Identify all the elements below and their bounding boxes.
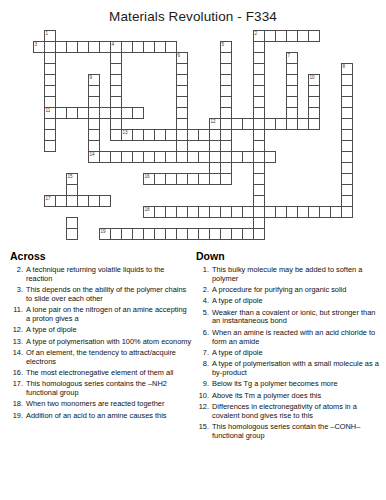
- clue-number: 10.: [196, 392, 209, 401]
- grid-cell[interactable]: [66, 228, 78, 240]
- clue-item: 5.Weaker than a covalent or ionic, but s…: [196, 309, 382, 327]
- clue-number: 16.: [10, 369, 23, 378]
- clue-text: This depends on the ability of the polym…: [26, 286, 192, 304]
- clue-text: A type of dipole: [212, 297, 382, 306]
- grid-cell[interactable]: [341, 206, 353, 218]
- clue-item: 9.Below its Tg a polymer becomes more: [196, 380, 382, 389]
- clue-number: 1.: [196, 266, 209, 284]
- clue-item: 15.This homologous series contain the –C…: [196, 423, 382, 441]
- clue-number: 2.: [196, 286, 209, 295]
- across-clue-list: Across 2.A technique returning volatile …: [10, 250, 192, 423]
- clue-text: Above its Tm a polymer does this: [212, 392, 382, 401]
- clue-text: This bulky molecule may be added to soft…: [212, 266, 382, 284]
- grid-cell[interactable]: [44, 140, 56, 152]
- crossword-grid: 12345678910111213141516171819: [33, 30, 355, 242]
- clue-item: 2.A technique returning volatile liquids…: [10, 266, 192, 284]
- clue-item: 19.Addition of an acid to an amine cause…: [10, 412, 192, 421]
- clue-text: A technique returning volatile liquids t…: [26, 266, 192, 284]
- clue-number: 18.: [10, 400, 23, 409]
- clue-text: When two monomers are reacted together: [26, 400, 192, 409]
- clue-number: 4.: [196, 297, 209, 306]
- down-clue-list: Down 1.This bulky molecule may be added …: [196, 250, 382, 443]
- clue-number: 3.: [10, 286, 23, 304]
- grid-cell[interactable]: [308, 118, 320, 130]
- clue-item: 7.A type of dipole: [196, 349, 382, 358]
- page: { "title": "Materials Revolution - F334"…: [0, 0, 386, 500]
- grid-cell[interactable]: [99, 195, 111, 207]
- clue-number: 11.: [10, 306, 23, 324]
- clue-text: Below its Tg a polymer becomes more: [212, 380, 382, 389]
- clue-item: 12.Differences in electronegativity of a…: [196, 403, 382, 421]
- clue-number: 6.: [196, 329, 209, 347]
- clue-text: A type of dipole: [26, 326, 192, 335]
- clue-item: 12.A type of dipole: [10, 326, 192, 335]
- clue-item: 13.A type of polymerisation with 100% at…: [10, 338, 192, 347]
- clue-text: This homologous series contains the –NH2…: [26, 380, 192, 398]
- clue-number: 12.: [196, 403, 209, 421]
- grid-cell[interactable]: [253, 228, 265, 240]
- clue-text: A type of dipole: [212, 349, 382, 358]
- clue-item: 4.A type of dipole: [196, 297, 382, 306]
- clue-text: When an amine is reacted with an acid ch…: [212, 329, 382, 347]
- clue-number: 2.: [10, 266, 23, 284]
- clue-item: 17.This homologous series contains the –…: [10, 380, 192, 398]
- clue-text: A type of polymerisation with 100% atom …: [26, 338, 192, 347]
- clue-text: The most electronegative element of them…: [26, 369, 192, 378]
- grid-cell[interactable]: [264, 151, 276, 163]
- clue-item: 14.Of an element, the tendency to attrac…: [10, 349, 192, 367]
- clue-text: Of an element, the tendency to attract/a…: [26, 349, 192, 367]
- clue-item: 1.This bulky molecule may be added to so…: [196, 266, 382, 284]
- clue-item: 2.A procedure for purifying an organic s…: [196, 286, 382, 295]
- clue-number: 19.: [10, 412, 23, 421]
- clue-number: 17.: [10, 380, 23, 398]
- clue-text: A type of polymerisation with a small mo…: [212, 360, 382, 378]
- clue-number: 7.: [196, 349, 209, 358]
- clue-item: 3.This depends on the ability of the pol…: [10, 286, 192, 304]
- clue-text: Addition of an acid to an amine causes t…: [26, 412, 192, 421]
- grid-cell[interactable]: [132, 107, 144, 119]
- clue-number: 9.: [196, 380, 209, 389]
- clue-number: 13.: [10, 338, 23, 347]
- clue-number: 5.: [196, 309, 209, 327]
- clue-number: 15.: [196, 423, 209, 441]
- page-title: Materials Revolution - F334: [0, 9, 386, 24]
- clue-item: 11.A lone pair on the nitrogen of an ami…: [10, 306, 192, 324]
- grid-cell[interactable]: [308, 30, 320, 42]
- clue-item: 18.When two monomers are reacted togethe…: [10, 400, 192, 409]
- clue-text: A lone pair on the nitrogen of an amine …: [26, 306, 192, 324]
- clue-number: 14.: [10, 349, 23, 367]
- clue-text: This homologous series contain the –CONH…: [212, 423, 382, 441]
- clue-item: 6.When an amine is reacted with an acid …: [196, 329, 382, 347]
- clue-number: 8.: [196, 360, 209, 378]
- down-header: Down: [196, 250, 382, 262]
- clue-number: 12.: [10, 326, 23, 335]
- clue-text: Differences in electronegativity of atom…: [212, 403, 382, 421]
- clue-item: 16.The most electronegative element of t…: [10, 369, 192, 378]
- across-items: 2.A technique returning volatile liquids…: [10, 266, 192, 420]
- down-items: 1.This bulky molecule may be added to so…: [196, 266, 382, 441]
- clue-item: 8.A type of polymerisation with a small …: [196, 360, 382, 378]
- clue-text: Weaker than a covalent or ionic, but str…: [212, 309, 382, 327]
- clue-item: 10.Above its Tm a polymer does this: [196, 392, 382, 401]
- clue-text: A procedure for purifying an organic sol…: [212, 286, 382, 295]
- grid-cell[interactable]: [220, 173, 232, 185]
- across-header: Across: [10, 250, 192, 262]
